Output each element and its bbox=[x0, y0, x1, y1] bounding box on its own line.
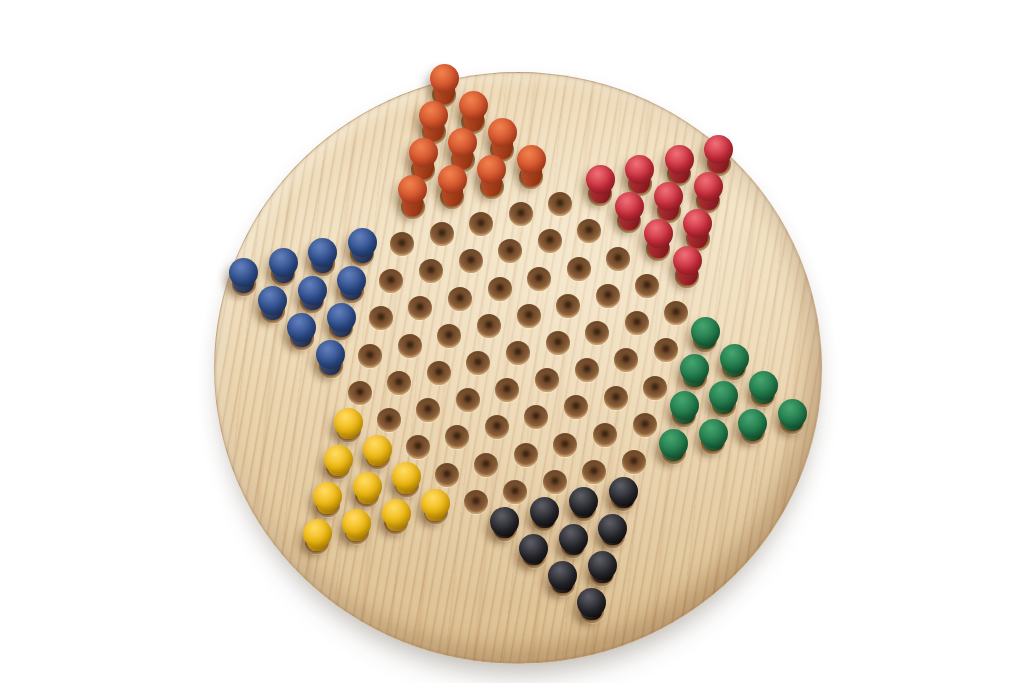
board-hole[interactable] bbox=[546, 331, 570, 355]
board-hole[interactable] bbox=[654, 338, 678, 362]
peg-blue[interactable] bbox=[327, 303, 356, 332]
board-hole[interactable] bbox=[606, 247, 630, 271]
peg-blue[interactable] bbox=[287, 313, 316, 342]
peg-black[interactable] bbox=[548, 561, 577, 590]
board-hole[interactable] bbox=[459, 249, 483, 273]
board-hole[interactable] bbox=[377, 408, 401, 432]
peg-green[interactable] bbox=[749, 371, 778, 400]
board-hole[interactable] bbox=[408, 296, 432, 320]
board-hole[interactable] bbox=[448, 287, 472, 311]
peg-black[interactable] bbox=[569, 487, 598, 516]
board-hole[interactable] bbox=[379, 269, 403, 293]
board-hole[interactable] bbox=[498, 239, 522, 263]
board-hole[interactable] bbox=[643, 376, 667, 400]
peg-black[interactable] bbox=[490, 507, 519, 536]
peg-blue[interactable] bbox=[269, 248, 298, 277]
board-hole[interactable] bbox=[437, 324, 461, 348]
board-hole[interactable] bbox=[387, 371, 411, 395]
peg-blue[interactable] bbox=[337, 266, 366, 295]
board-hole[interactable] bbox=[527, 267, 551, 291]
board-hole[interactable] bbox=[582, 460, 606, 484]
peg-black[interactable] bbox=[519, 534, 548, 563]
peg-yellow[interactable] bbox=[334, 408, 363, 437]
board-hole[interactable] bbox=[524, 405, 548, 429]
board-hole[interactable] bbox=[553, 433, 577, 457]
board-hole[interactable] bbox=[445, 425, 469, 449]
board-hole[interactable] bbox=[622, 450, 646, 474]
board-hole[interactable] bbox=[466, 351, 490, 375]
peg-green[interactable] bbox=[691, 317, 720, 346]
board-hole[interactable] bbox=[535, 368, 559, 392]
board-hole[interactable] bbox=[577, 219, 601, 243]
board-hole[interactable] bbox=[464, 490, 488, 514]
board-hole[interactable] bbox=[485, 415, 509, 439]
peg-orange[interactable] bbox=[488, 118, 517, 147]
peg-red[interactable] bbox=[654, 182, 683, 211]
peg-black[interactable] bbox=[588, 551, 617, 580]
peg-green[interactable] bbox=[738, 409, 767, 438]
board-hole[interactable] bbox=[517, 304, 541, 328]
board-hole[interactable] bbox=[625, 311, 649, 335]
board-hole[interactable] bbox=[506, 341, 530, 365]
board-hole[interactable] bbox=[543, 470, 567, 494]
peg-blue[interactable] bbox=[258, 286, 287, 315]
board-hole[interactable] bbox=[456, 388, 480, 412]
board-hole[interactable] bbox=[469, 212, 493, 236]
board-hole[interactable] bbox=[430, 222, 454, 246]
board-hole[interactable] bbox=[614, 348, 638, 372]
peg-orange[interactable] bbox=[430, 64, 459, 93]
peg-red[interactable] bbox=[644, 219, 673, 248]
chinese-checkers-board bbox=[214, 72, 822, 664]
board-hole[interactable] bbox=[593, 423, 617, 447]
peg-green[interactable] bbox=[699, 419, 728, 448]
board-hole[interactable] bbox=[633, 413, 657, 437]
board-hole[interactable] bbox=[435, 463, 459, 487]
board-hole[interactable] bbox=[556, 294, 580, 318]
peg-yellow[interactable] bbox=[303, 519, 332, 548]
peg-orange[interactable] bbox=[409, 138, 438, 167]
board-hole[interactable] bbox=[495, 378, 519, 402]
board-hole[interactable] bbox=[390, 232, 414, 256]
board-hole[interactable] bbox=[427, 361, 451, 385]
peg-yellow[interactable] bbox=[324, 445, 353, 474]
peg-red[interactable] bbox=[615, 192, 644, 221]
peg-red[interactable] bbox=[694, 172, 723, 201]
peg-blue[interactable] bbox=[298, 276, 327, 305]
board-hole[interactable] bbox=[419, 259, 443, 283]
peg-red[interactable] bbox=[673, 246, 702, 275]
board-hole[interactable] bbox=[406, 435, 430, 459]
photo-canvas bbox=[0, 0, 1024, 683]
board-hole[interactable] bbox=[635, 274, 659, 298]
peg-red[interactable] bbox=[586, 165, 615, 194]
peg-black[interactable] bbox=[559, 524, 588, 553]
peg-orange[interactable] bbox=[459, 91, 488, 120]
peg-red[interactable] bbox=[665, 145, 694, 174]
board-hole[interactable] bbox=[575, 358, 599, 382]
board-hole[interactable] bbox=[548, 192, 572, 216]
board-hole[interactable] bbox=[664, 301, 688, 325]
board-hole[interactable] bbox=[416, 398, 440, 422]
board-hole[interactable] bbox=[477, 314, 501, 338]
peg-green[interactable] bbox=[670, 391, 699, 420]
peg-yellow[interactable] bbox=[353, 472, 382, 501]
peg-orange[interactable] bbox=[438, 165, 467, 194]
board-hole[interactable] bbox=[488, 277, 512, 301]
board-hole[interactable] bbox=[567, 257, 591, 281]
board-hole[interactable] bbox=[474, 453, 498, 477]
peg-red[interactable] bbox=[625, 155, 654, 184]
board-hole[interactable] bbox=[514, 443, 538, 467]
board-hole[interactable] bbox=[604, 386, 628, 410]
board-hole[interactable] bbox=[398, 334, 422, 358]
board-hole[interactable] bbox=[503, 480, 527, 504]
board-hole[interactable] bbox=[509, 202, 533, 226]
peg-black[interactable] bbox=[598, 514, 627, 543]
board-hole[interactable] bbox=[596, 284, 620, 308]
board-hole[interactable] bbox=[348, 381, 372, 405]
board-hole[interactable] bbox=[564, 395, 588, 419]
peg-black[interactable] bbox=[530, 497, 559, 526]
board-hole[interactable] bbox=[538, 229, 562, 253]
peg-green[interactable] bbox=[778, 399, 807, 428]
board-hole[interactable] bbox=[585, 321, 609, 345]
peg-red[interactable] bbox=[704, 135, 733, 164]
peg-black[interactable] bbox=[609, 477, 638, 506]
peg-yellow[interactable] bbox=[382, 499, 411, 528]
board-hole[interactable] bbox=[369, 306, 393, 330]
peg-green[interactable] bbox=[720, 344, 749, 373]
peg-green[interactable] bbox=[659, 429, 688, 458]
board-hole[interactable] bbox=[358, 344, 382, 368]
